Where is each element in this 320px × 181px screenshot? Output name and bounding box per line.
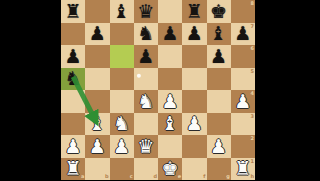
white-pawn-h4: ♟ [234, 92, 251, 111]
square-a8[interactable]: ♜ [61, 0, 85, 23]
square-a5[interactable]: ♞ [61, 68, 85, 91]
black-rook-f8: ♜ [186, 2, 203, 21]
square-h1[interactable]: ♜1h [231, 158, 255, 181]
square-d7[interactable]: ♞ [134, 23, 158, 46]
white-pawn-e4: ♟ [162, 92, 179, 111]
square-g6[interactable]: ♟ [207, 45, 231, 68]
square-c1[interactable]: c [110, 158, 134, 181]
square-f6[interactable] [182, 45, 206, 68]
letterbox-background: ♜♝♛♜♚8♟♞♟♟♝♟7♟♟♟6♞5♞♟♟4♝♞♝♟3♟♟♟♛♟2♜abcd♚… [0, 0, 320, 180]
black-king-g8: ♚ [210, 2, 227, 21]
square-g5[interactable] [207, 68, 231, 91]
white-bishop-e3: ♝ [162, 114, 179, 133]
square-h2[interactable]: 2 [231, 135, 255, 158]
square-c2[interactable]: ♟ [110, 135, 134, 158]
square-h7[interactable]: ♟7 [231, 23, 255, 46]
black-pawn-a6: ♟ [65, 47, 82, 66]
white-rook-h1: ♜ [234, 159, 251, 178]
square-f8[interactable]: ♜ [182, 0, 206, 23]
square-a6[interactable]: ♟ [61, 45, 85, 68]
square-f4[interactable] [182, 90, 206, 113]
black-bishop-g7: ♝ [210, 24, 227, 43]
square-h5[interactable]: 5 [231, 68, 255, 91]
square-a2[interactable]: ♟ [61, 135, 85, 158]
file-coordinate-d: d [153, 174, 157, 179]
white-pawn-b2: ♟ [89, 137, 106, 156]
white-king-e1: ♚ [162, 159, 179, 178]
square-g4[interactable] [207, 90, 231, 113]
square-c5[interactable] [110, 68, 134, 91]
black-pawn-h7: ♟ [234, 24, 251, 43]
file-coordinate-g: g [226, 174, 230, 179]
white-pawn-f3: ♟ [186, 114, 203, 133]
square-a1[interactable]: ♜a [61, 158, 85, 181]
square-b6[interactable] [85, 45, 109, 68]
black-pawn-f7: ♟ [186, 24, 203, 43]
black-pawn-b7: ♟ [89, 24, 106, 43]
white-pawn-c2: ♟ [113, 137, 130, 156]
square-f3[interactable]: ♟ [182, 113, 206, 136]
square-b2[interactable]: ♟ [85, 135, 109, 158]
white-bishop-b3: ♝ [89, 114, 106, 133]
square-g2[interactable]: ♟ [207, 135, 231, 158]
chess-board: ♜♝♛♜♚8♟♞♟♟♝♟7♟♟♟6♞5♞♟♟4♝♞♝♟3♟♟♟♛♟2♜abcd♚… [61, 0, 255, 180]
square-c6[interactable] [110, 45, 134, 68]
square-d2[interactable]: ♛ [134, 135, 158, 158]
white-queen-d2: ♛ [137, 137, 154, 156]
black-pawn-d6: ♟ [137, 47, 154, 66]
square-h3[interactable]: 3 [231, 113, 255, 136]
file-coordinate-h: h [250, 174, 254, 179]
file-coordinate-a: a [81, 174, 84, 179]
square-f1[interactable]: f [182, 158, 206, 181]
square-b1[interactable]: b [85, 158, 109, 181]
square-b8[interactable] [85, 0, 109, 23]
rank-coordinate-6: 6 [251, 46, 254, 51]
square-f7[interactable]: ♟ [182, 23, 206, 46]
white-knight-c3: ♞ [113, 114, 130, 133]
square-a3[interactable] [61, 113, 85, 136]
square-e2[interactable] [158, 135, 182, 158]
black-pawn-g6: ♟ [210, 47, 227, 66]
square-e4[interactable]: ♟ [158, 90, 182, 113]
square-d3[interactable] [134, 113, 158, 136]
black-knight-d7: ♞ [137, 24, 154, 43]
black-rook-a8: ♜ [65, 2, 82, 21]
rank-coordinate-3: 3 [251, 114, 254, 119]
rank-coordinate-4: 4 [251, 91, 254, 96]
rank-coordinate-7: 7 [251, 24, 254, 29]
file-coordinate-b: b [105, 174, 109, 179]
file-coordinate-f: f [203, 174, 205, 179]
square-b7[interactable]: ♟ [85, 23, 109, 46]
square-g7[interactable]: ♝ [207, 23, 231, 46]
square-e1[interactable]: ♚e [158, 158, 182, 181]
square-e3[interactable]: ♝ [158, 113, 182, 136]
square-c7[interactable] [110, 23, 134, 46]
square-e7[interactable]: ♟ [158, 23, 182, 46]
rank-coordinate-2: 2 [251, 136, 254, 141]
square-h4[interactable]: ♟4 [231, 90, 255, 113]
square-d5[interactable] [134, 68, 158, 91]
square-d8[interactable]: ♛ [134, 0, 158, 23]
square-g1[interactable]: g [207, 158, 231, 181]
rank-coordinate-5: 5 [251, 69, 254, 74]
square-b4[interactable] [85, 90, 109, 113]
square-b5[interactable] [85, 68, 109, 91]
black-bishop-c8: ♝ [113, 2, 130, 21]
rank-coordinate-8: 8 [251, 1, 254, 6]
square-e6[interactable] [158, 45, 182, 68]
square-a7[interactable] [61, 23, 85, 46]
black-knight-a5: ♞ [65, 69, 82, 88]
file-coordinate-e: e [178, 174, 181, 179]
white-pawn-g2: ♟ [210, 137, 227, 156]
black-pawn-e7: ♟ [162, 24, 179, 43]
square-c4[interactable] [110, 90, 134, 113]
square-c3[interactable]: ♞ [110, 113, 134, 136]
file-coordinate-c: c [130, 174, 133, 179]
square-d6[interactable]: ♟ [134, 45, 158, 68]
square-b3[interactable]: ♝ [85, 113, 109, 136]
white-rook-a1: ♜ [65, 159, 82, 178]
square-h8[interactable]: 8 [231, 0, 255, 23]
white-pawn-a2: ♟ [65, 137, 82, 156]
rank-coordinate-1: 1 [251, 159, 254, 164]
square-f5[interactable] [182, 68, 206, 91]
square-g3[interactable] [207, 113, 231, 136]
square-e5[interactable] [158, 68, 182, 91]
square-a4[interactable] [61, 90, 85, 113]
square-g8[interactable]: ♚ [207, 0, 231, 23]
square-d4[interactable]: ♞ [134, 90, 158, 113]
square-e8[interactable] [158, 0, 182, 23]
square-c8[interactable]: ♝ [110, 0, 134, 23]
square-f2[interactable] [182, 135, 206, 158]
square-d1[interactable]: d [134, 158, 158, 181]
square-h6[interactable]: 6 [231, 45, 255, 68]
black-queen-d8: ♛ [137, 2, 154, 21]
white-knight-d4: ♞ [137, 92, 154, 111]
